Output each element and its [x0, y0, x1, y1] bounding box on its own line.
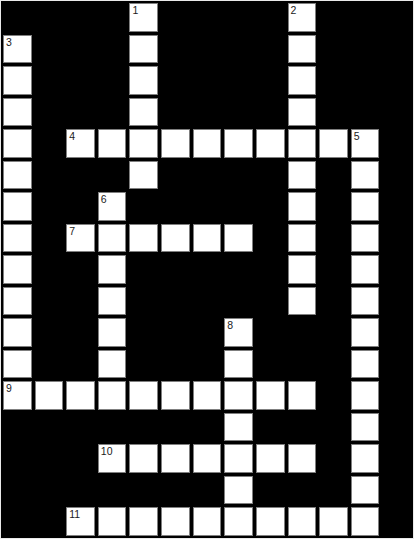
block-cell-r15c2: [66, 476, 95, 505]
answer-cell-r2c9[interactable]: [288, 66, 317, 95]
answer-cell-r12c11[interactable]: [351, 381, 380, 410]
block-cell-r15c9: [288, 476, 317, 505]
block-cell-r3c2: [66, 98, 95, 127]
block-cell-r1c12: [382, 35, 411, 64]
answer-cell-r15c11[interactable]: [351, 476, 380, 505]
block-cell-r3c6: [193, 98, 222, 127]
block-cell-r0c5: [161, 3, 190, 32]
block-cell-r3c10: [319, 98, 348, 127]
block-cell-r5c12: [382, 161, 411, 190]
block-cell-r2c6: [193, 66, 222, 95]
block-cell-r13c5: [161, 413, 190, 442]
block-cell-r10c4: [129, 318, 158, 347]
block-cell-r12c10: [319, 381, 348, 410]
block-cell-r2c2: [66, 66, 95, 95]
answer-cell-r4c4[interactable]: [129, 129, 158, 158]
block-cell-r0c1: [35, 3, 64, 32]
block-cell-r13c0: [3, 413, 32, 442]
answer-cell-r14c8[interactable]: [256, 444, 285, 473]
clue-number-3: 3: [6, 36, 12, 49]
block-cell-r0c7: [224, 3, 253, 32]
answer-cell-r5c0[interactable]: [3, 161, 32, 190]
answer-cell-r16c6[interactable]: [193, 507, 222, 536]
block-cell-r9c8: [256, 287, 285, 316]
block-cell-r9c2: [66, 287, 95, 316]
block-cell-r13c8: [256, 413, 285, 442]
answer-cell-r1c4[interactable]: [129, 35, 158, 64]
block-cell-r14c1: [35, 444, 64, 473]
block-cell-r3c3: [98, 98, 127, 127]
block-cell-r16c0: [3, 507, 32, 536]
answer-cell-r7c11[interactable]: [351, 224, 380, 253]
block-cell-r5c1: [35, 161, 64, 190]
answer-cell-r7c9[interactable]: [288, 224, 317, 253]
block-cell-r9c5: [161, 287, 190, 316]
answer-cell-r16c10[interactable]: [319, 507, 348, 536]
block-cell-r6c2: [66, 192, 95, 221]
block-cell-r10c12: [382, 318, 411, 347]
answer-cell-r16c2[interactable]: 11: [66, 507, 95, 536]
block-cell-r4c1: [35, 129, 64, 158]
clue-number-10: 10: [101, 445, 113, 458]
block-cell-r13c12: [382, 413, 411, 442]
answer-cell-r7c7[interactable]: [224, 224, 253, 253]
block-cell-r10c9: [288, 318, 317, 347]
answer-cell-r10c0[interactable]: [3, 318, 32, 347]
answer-cell-r4c7[interactable]: [224, 129, 253, 158]
answer-cell-r4c5[interactable]: [161, 129, 190, 158]
block-cell-r5c8: [256, 161, 285, 190]
answer-cell-r14c7[interactable]: [224, 444, 253, 473]
answer-cell-r6c3[interactable]: 6: [98, 192, 127, 221]
block-cell-r0c12: [382, 3, 411, 32]
block-cell-r13c9: [288, 413, 317, 442]
block-cell-r15c0: [3, 476, 32, 505]
block-cell-r6c1: [35, 192, 64, 221]
block-cell-r3c12: [382, 98, 411, 127]
block-cell-r15c8: [256, 476, 285, 505]
answer-cell-r12c6[interactable]: [193, 381, 222, 410]
block-cell-r6c6: [193, 192, 222, 221]
block-cell-r4c12: [382, 129, 411, 158]
clue-number-2: 2: [291, 4, 297, 17]
block-cell-r1c2: [66, 35, 95, 64]
clue-number-11: 11: [69, 508, 80, 521]
answer-cell-r12c7[interactable]: [224, 381, 253, 410]
block-cell-r9c10: [319, 287, 348, 316]
answer-cell-r15c7[interactable]: [224, 476, 253, 505]
clue-number-6: 6: [101, 193, 107, 206]
crossword-board: 1234567891011: [0, 0, 414, 539]
block-cell-r5c7: [224, 161, 253, 190]
answer-cell-r16c9[interactable]: [288, 507, 317, 536]
block-cell-r0c8: [256, 3, 285, 32]
answer-cell-r0c9[interactable]: 2: [288, 3, 317, 32]
block-cell-r11c8: [256, 350, 285, 379]
clue-number-7: 7: [69, 225, 75, 238]
block-cell-r0c0: [3, 3, 32, 32]
answer-cell-r7c6[interactable]: [193, 224, 222, 253]
block-cell-r1c3: [98, 35, 127, 64]
block-cell-r2c7: [224, 66, 253, 95]
answer-cell-r9c0[interactable]: [3, 287, 32, 316]
block-cell-r15c6: [193, 476, 222, 505]
answer-cell-r9c3[interactable]: [98, 287, 127, 316]
block-cell-r1c5: [161, 35, 190, 64]
answer-cell-r9c9[interactable]: [288, 287, 317, 316]
answer-cell-r12c3[interactable]: [98, 381, 127, 410]
block-cell-r0c2: [66, 3, 95, 32]
block-cell-r15c10: [319, 476, 348, 505]
answer-cell-r7c0[interactable]: [3, 224, 32, 253]
block-cell-r6c4: [129, 192, 158, 221]
block-cell-r10c8: [256, 318, 285, 347]
block-cell-r8c12: [382, 255, 411, 284]
block-cell-r14c12: [382, 444, 411, 473]
block-cell-r8c5: [161, 255, 190, 284]
answer-cell-r13c11[interactable]: [351, 413, 380, 442]
answer-cell-r3c0[interactable]: [3, 98, 32, 127]
block-cell-r2c5: [161, 66, 190, 95]
answer-cell-r8c3[interactable]: [98, 255, 127, 284]
block-cell-r9c4: [129, 287, 158, 316]
block-cell-r10c1: [35, 318, 64, 347]
block-cell-r6c12: [382, 192, 411, 221]
block-cell-r7c1: [35, 224, 64, 253]
block-cell-r16c1: [35, 507, 64, 536]
answer-cell-r7c2[interactable]: 7: [66, 224, 95, 253]
block-cell-r3c1: [35, 98, 64, 127]
block-cell-r11c12: [382, 350, 411, 379]
block-cell-r15c4: [129, 476, 158, 505]
block-cell-r13c1: [35, 413, 64, 442]
answer-cell-r11c3[interactable]: [98, 350, 127, 379]
block-cell-r8c8: [256, 255, 285, 284]
answer-cell-r2c0[interactable]: [3, 66, 32, 95]
block-cell-r3c11: [351, 98, 380, 127]
answer-cell-r4c11[interactable]: 5: [351, 129, 380, 158]
answer-cell-r16c5[interactable]: [161, 507, 190, 536]
block-cell-r0c10: [319, 3, 348, 32]
block-cell-r2c10: [319, 66, 348, 95]
block-cell-r9c7: [224, 287, 253, 316]
block-cell-r14c2: [66, 444, 95, 473]
block-cell-r10c6: [193, 318, 222, 347]
block-cell-r15c1: [35, 476, 64, 505]
answer-cell-r4c6[interactable]: [193, 129, 222, 158]
block-cell-r3c7: [224, 98, 253, 127]
answer-cell-r12c1[interactable]: [35, 381, 64, 410]
answer-cell-r16c7[interactable]: [224, 507, 253, 536]
clue-number-4: 4: [69, 130, 75, 143]
answer-cell-r10c11[interactable]: [351, 318, 380, 347]
block-cell-r1c7: [224, 35, 253, 64]
clue-number-9: 9: [6, 382, 12, 395]
block-cell-r9c12: [382, 287, 411, 316]
answer-cell-r16c4[interactable]: [129, 507, 158, 536]
block-cell-r15c12: [382, 476, 411, 505]
clue-number-8: 8: [227, 319, 233, 332]
answer-cell-r14c4[interactable]: [129, 444, 158, 473]
block-cell-r5c10: [319, 161, 348, 190]
block-cell-r13c2: [66, 413, 95, 442]
answer-cell-r11c0[interactable]: [3, 350, 32, 379]
answer-cell-r3c4[interactable]: [129, 98, 158, 127]
block-cell-r1c8: [256, 35, 285, 64]
answer-cell-r14c3[interactable]: 10: [98, 444, 127, 473]
answer-cell-r0c4[interactable]: 1: [129, 3, 158, 32]
answer-cell-r5c11[interactable]: [351, 161, 380, 190]
answer-cell-r4c10[interactable]: [319, 129, 348, 158]
block-cell-r2c3: [98, 66, 127, 95]
answer-cell-r7c3[interactable]: [98, 224, 127, 253]
block-cell-r3c8: [256, 98, 285, 127]
block-cell-r8c10: [319, 255, 348, 284]
answer-cell-r2c4[interactable]: [129, 66, 158, 95]
answer-cell-r8c0[interactable]: [3, 255, 32, 284]
block-cell-r0c6: [193, 3, 222, 32]
block-cell-r8c2: [66, 255, 95, 284]
block-cell-r5c5: [161, 161, 190, 190]
answer-cell-r12c2[interactable]: [66, 381, 95, 410]
block-cell-r8c7: [224, 255, 253, 284]
block-cell-r1c11: [351, 35, 380, 64]
answer-cell-r3c9[interactable]: [288, 98, 317, 127]
answer-cell-r1c0[interactable]: 3: [3, 35, 32, 64]
answer-cell-r6c0[interactable]: [3, 192, 32, 221]
block-cell-r7c12: [382, 224, 411, 253]
answer-cell-r7c4[interactable]: [129, 224, 158, 253]
block-cell-r2c8: [256, 66, 285, 95]
block-cell-r9c6: [193, 287, 222, 316]
answer-cell-r4c2[interactable]: 4: [66, 129, 95, 158]
answer-cell-r10c7[interactable]: 8: [224, 318, 253, 347]
answer-cell-r16c8[interactable]: [256, 507, 285, 536]
crossword-screenshot: 1234567891011: [0, 0, 414, 539]
block-cell-r14c10: [319, 444, 348, 473]
answer-cell-r12c5[interactable]: [161, 381, 190, 410]
answer-cell-r14c9[interactable]: [288, 444, 317, 473]
answer-cell-r12c8[interactable]: [256, 381, 285, 410]
answer-cell-r14c6[interactable]: [193, 444, 222, 473]
block-cell-r3c5: [161, 98, 190, 127]
block-cell-r11c6: [193, 350, 222, 379]
block-cell-r1c1: [35, 35, 64, 64]
answer-cell-r14c5[interactable]: [161, 444, 190, 473]
block-cell-r6c10: [319, 192, 348, 221]
block-cell-r12c12: [382, 381, 411, 410]
block-cell-r11c10: [319, 350, 348, 379]
block-cell-r13c10: [319, 413, 348, 442]
answer-cell-r4c3[interactable]: [98, 129, 127, 158]
block-cell-r11c5: [161, 350, 190, 379]
clue-number-5: 5: [354, 130, 360, 143]
block-cell-r5c3: [98, 161, 127, 190]
block-cell-r13c3: [98, 413, 127, 442]
answer-cell-r4c8[interactable]: [256, 129, 285, 158]
block-cell-r8c6: [193, 255, 222, 284]
answer-cell-r16c11[interactable]: [351, 507, 380, 536]
answer-cell-r6c9[interactable]: [288, 192, 317, 221]
block-cell-r13c4: [129, 413, 158, 442]
block-cell-r6c8: [256, 192, 285, 221]
answer-cell-r8c9[interactable]: [288, 255, 317, 284]
answer-cell-r4c9[interactable]: [288, 129, 317, 158]
block-cell-r5c6: [193, 161, 222, 190]
answer-cell-r12c0[interactable]: 9: [3, 381, 32, 410]
block-cell-r13c6: [193, 413, 222, 442]
block-cell-r8c1: [35, 255, 64, 284]
block-cell-r6c5: [161, 192, 190, 221]
answer-cell-r5c4[interactable]: [129, 161, 158, 190]
block-cell-r11c2: [66, 350, 95, 379]
block-cell-r7c8: [256, 224, 285, 253]
answer-cell-r14c11[interactable]: [351, 444, 380, 473]
answer-cell-r13c7[interactable]: [224, 413, 253, 442]
answer-cell-r5c9[interactable]: [288, 161, 317, 190]
block-cell-r1c6: [193, 35, 222, 64]
block-cell-r6c7: [224, 192, 253, 221]
block-cell-r10c10: [319, 318, 348, 347]
block-cell-r11c4: [129, 350, 158, 379]
answer-cell-r4c0[interactable]: [3, 129, 32, 158]
block-cell-r10c2: [66, 318, 95, 347]
answer-cell-r11c11[interactable]: [351, 350, 380, 379]
block-cell-r15c3: [98, 476, 127, 505]
answer-cell-r16c3[interactable]: [98, 507, 127, 536]
answer-cell-r12c9[interactable]: [288, 381, 317, 410]
answer-cell-r6c11[interactable]: [351, 192, 380, 221]
block-cell-r11c1: [35, 350, 64, 379]
block-cell-r9c1: [35, 287, 64, 316]
answer-cell-r8c11[interactable]: [351, 255, 380, 284]
block-cell-r0c11: [351, 3, 380, 32]
answer-cell-r1c9[interactable]: [288, 35, 317, 64]
block-cell-r2c1: [35, 66, 64, 95]
block-cell-r7c10: [319, 224, 348, 253]
block-cell-r2c11: [351, 66, 380, 95]
answer-cell-r12c4[interactable]: [129, 381, 158, 410]
block-cell-r2c12: [382, 66, 411, 95]
block-cell-r8c4: [129, 255, 158, 284]
block-cell-r16c12: [382, 507, 411, 536]
block-cell-r1c10: [319, 35, 348, 64]
block-cell-r0c3: [98, 3, 127, 32]
block-cell-r14c0: [3, 444, 32, 473]
answer-cell-r11c7[interactable]: [224, 350, 253, 379]
block-cell-r5c2: [66, 161, 95, 190]
clue-number-1: 1: [132, 4, 138, 17]
block-cell-r11c9: [288, 350, 317, 379]
answer-cell-r9c11[interactable]: [351, 287, 380, 316]
block-cell-r10c5: [161, 318, 190, 347]
block-cell-r15c5: [161, 476, 190, 505]
answer-cell-r10c3[interactable]: [98, 318, 127, 347]
answer-cell-r7c5[interactable]: [161, 224, 190, 253]
